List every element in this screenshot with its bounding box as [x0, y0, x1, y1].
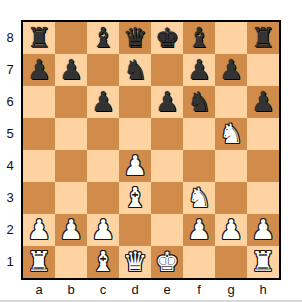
square-b1[interactable] [55, 246, 87, 278]
piece-wQ-d1[interactable]: ♛ [123, 246, 147, 278]
square-e5[interactable] [151, 118, 183, 150]
square-a8[interactable]: ♜ [23, 22, 55, 54]
piece-bP-a7[interactable]: ♟ [27, 54, 51, 86]
file-label-h: h [247, 281, 279, 299]
rank-label-2: 2 [0, 214, 20, 246]
square-f4[interactable] [183, 150, 215, 182]
file-label-d: d [119, 281, 151, 299]
square-d1[interactable]: ♛ [119, 246, 151, 278]
file-label-c: c [87, 281, 119, 299]
piece-wP-d4[interactable]: ♟ [123, 150, 147, 182]
file-labels: abcdefgh [23, 281, 279, 299]
piece-bP-c6[interactable]: ♟ [91, 86, 115, 118]
square-f7[interactable]: ♟ [183, 54, 215, 86]
piece-bN-f6[interactable]: ♞ [187, 86, 211, 118]
rank-label-1: 1 [0, 246, 20, 278]
file-label-e: e [151, 281, 183, 299]
piece-wK-e1[interactable]: ♚ [155, 246, 179, 278]
piece-wN-f3[interactable]: ♞ [187, 182, 211, 214]
square-h1[interactable]: ♜ [247, 246, 279, 278]
rank-label-5: 5 [0, 118, 20, 150]
square-h6[interactable]: ♟ [247, 86, 279, 118]
square-e6[interactable]: ♟ [151, 86, 183, 118]
square-d5[interactable] [119, 118, 151, 150]
square-b5[interactable] [55, 118, 87, 150]
square-f2[interactable]: ♟ [183, 214, 215, 246]
square-c8[interactable]: ♝ [87, 22, 119, 54]
piece-bP-g7[interactable]: ♟ [219, 54, 243, 86]
piece-bN-d7[interactable]: ♞ [123, 54, 147, 86]
piece-wP-b2[interactable]: ♟ [59, 214, 83, 246]
square-d7[interactable]: ♞ [119, 54, 151, 86]
chess-window: 87654321 ♜♝♛♚♝♜♟♟♞♟♟♟♟♞♟♞♟♝♞♟♟♟♟♟♟♜♝♛♚♜ … [0, 0, 302, 302]
square-d3[interactable]: ♝ [119, 182, 151, 214]
square-a6[interactable] [23, 86, 55, 118]
square-d8[interactable]: ♛ [119, 22, 151, 54]
square-b8[interactable] [55, 22, 87, 54]
piece-bR-a8[interactable]: ♜ [27, 22, 51, 54]
piece-wR-h1[interactable]: ♜ [251, 246, 275, 278]
piece-wN-g5[interactable]: ♞ [219, 118, 243, 150]
square-a7[interactable]: ♟ [23, 54, 55, 86]
square-c7[interactable] [87, 54, 119, 86]
square-a2[interactable]: ♟ [23, 214, 55, 246]
square-e8[interactable]: ♚ [151, 22, 183, 54]
square-d6[interactable] [119, 86, 151, 118]
piece-wP-a2[interactable]: ♟ [27, 214, 51, 246]
piece-bP-h6[interactable]: ♟ [251, 86, 275, 118]
square-g1[interactable] [215, 246, 247, 278]
square-h2[interactable]: ♟ [247, 214, 279, 246]
square-h3[interactable] [247, 182, 279, 214]
piece-wP-c2[interactable]: ♟ [91, 214, 115, 246]
file-label-a: a [23, 281, 55, 299]
piece-wP-h2[interactable]: ♟ [251, 214, 275, 246]
rank-label-6: 6 [0, 86, 20, 118]
piece-bR-h8[interactable]: ♜ [251, 22, 275, 54]
piece-bK-e8[interactable]: ♚ [155, 22, 179, 54]
chess-board: ♜♝♛♚♝♜♟♟♞♟♟♟♟♞♟♞♟♝♞♟♟♟♟♟♟♜♝♛♚♜ [21, 20, 281, 280]
square-b3[interactable] [55, 182, 87, 214]
square-b7[interactable]: ♟ [55, 54, 87, 86]
square-e2[interactable] [151, 214, 183, 246]
square-g3[interactable] [215, 182, 247, 214]
square-f5[interactable] [183, 118, 215, 150]
square-f8[interactable]: ♝ [183, 22, 215, 54]
rank-label-7: 7 [0, 54, 20, 86]
square-e3[interactable] [151, 182, 183, 214]
square-b2[interactable]: ♟ [55, 214, 87, 246]
square-e4[interactable] [151, 150, 183, 182]
square-d4[interactable]: ♟ [119, 150, 151, 182]
square-a1[interactable]: ♜ [23, 246, 55, 278]
square-h7[interactable] [247, 54, 279, 86]
square-g5[interactable]: ♞ [215, 118, 247, 150]
square-h4[interactable] [247, 150, 279, 182]
rank-label-8: 8 [0, 22, 20, 54]
square-f6[interactable]: ♞ [183, 86, 215, 118]
square-g2[interactable]: ♟ [215, 214, 247, 246]
square-a4[interactable] [23, 150, 55, 182]
square-a3[interactable] [23, 182, 55, 214]
square-g6[interactable] [215, 86, 247, 118]
square-b4[interactable] [55, 150, 87, 182]
square-c2[interactable]: ♟ [87, 214, 119, 246]
square-h8[interactable]: ♜ [247, 22, 279, 54]
piece-bP-e6[interactable]: ♟ [155, 86, 179, 118]
rank-label-3: 3 [0, 182, 20, 214]
piece-wB-c1[interactable]: ♝ [91, 246, 115, 278]
square-h5[interactable] [247, 118, 279, 150]
file-label-g: g [215, 281, 247, 299]
piece-wP-f2[interactable]: ♟ [187, 214, 211, 246]
square-b6[interactable] [55, 86, 87, 118]
piece-bB-c8[interactable]: ♝ [91, 22, 115, 54]
square-g8[interactable] [215, 22, 247, 54]
piece-bQ-d8[interactable]: ♛ [123, 22, 147, 54]
square-d2[interactable] [119, 214, 151, 246]
piece-wR-a1[interactable]: ♜ [27, 246, 51, 278]
square-c3[interactable] [87, 182, 119, 214]
square-c4[interactable] [87, 150, 119, 182]
square-g7[interactable]: ♟ [215, 54, 247, 86]
rank-label-4: 4 [0, 150, 20, 182]
square-c6[interactable]: ♟ [87, 86, 119, 118]
square-a5[interactable] [23, 118, 55, 150]
piece-wB-d3[interactable]: ♝ [123, 182, 147, 214]
file-label-f: f [183, 281, 215, 299]
piece-bB-f8[interactable]: ♝ [187, 22, 211, 54]
square-f1[interactable] [183, 246, 215, 278]
piece-wP-g2[interactable]: ♟ [219, 214, 243, 246]
square-e1[interactable]: ♚ [151, 246, 183, 278]
square-e7[interactable] [151, 54, 183, 86]
square-f3[interactable]: ♞ [183, 182, 215, 214]
piece-bP-b7[interactable]: ♟ [59, 54, 83, 86]
square-c1[interactable]: ♝ [87, 246, 119, 278]
square-c5[interactable] [87, 118, 119, 150]
file-label-b: b [55, 281, 87, 299]
square-g4[interactable] [215, 150, 247, 182]
piece-bP-f7[interactable]: ♟ [187, 54, 211, 86]
